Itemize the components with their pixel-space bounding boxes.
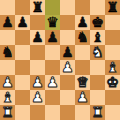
square-g2[interactable] (90, 90, 105, 105)
square-f1[interactable] (75, 105, 90, 120)
square-d4[interactable] (45, 60, 60, 75)
piece-white-knight[interactable]: ♞ (91, 45, 104, 60)
square-c2[interactable]: ♟ (30, 90, 45, 105)
square-d1[interactable] (45, 105, 60, 120)
piece-white-bishop[interactable]: ♝ (1, 90, 14, 105)
square-b2[interactable] (15, 90, 30, 105)
piece-white-king[interactable]: ♚ (106, 75, 119, 90)
piece-black-bishop[interactable]: ♝ (91, 30, 104, 45)
piece-black-pawn[interactable]: ♟ (76, 15, 89, 30)
square-c1[interactable] (30, 105, 45, 120)
piece-white-pawn[interactable]: ♟ (1, 75, 14, 90)
square-g4[interactable] (90, 60, 105, 75)
square-b8[interactable] (15, 0, 30, 15)
square-f5[interactable] (75, 45, 90, 60)
piece-black-pawn[interactable]: ♟ (46, 30, 59, 45)
square-g1[interactable]: ♜ (90, 105, 105, 120)
square-b5[interactable] (15, 45, 30, 60)
piece-white-queen[interactable]: ♛ (76, 75, 89, 90)
square-e1[interactable] (60, 105, 75, 120)
square-f2[interactable]: ♟ (75, 90, 90, 105)
square-a4[interactable] (0, 60, 15, 75)
square-b6[interactable] (15, 30, 30, 45)
square-h4[interactable]: ♝ (105, 60, 120, 75)
square-f3[interactable]: ♛ (75, 75, 90, 90)
square-a7[interactable]: ♟ (0, 15, 15, 30)
square-d5[interactable] (45, 45, 60, 60)
square-c7[interactable] (30, 15, 45, 30)
piece-white-bishop[interactable]: ♝ (106, 60, 119, 75)
square-h5[interactable] (105, 45, 120, 60)
piece-black-king[interactable]: ♚ (91, 15, 104, 30)
square-e2[interactable] (60, 90, 75, 105)
piece-black-pawn[interactable]: ♟ (31, 30, 44, 45)
square-g8[interactable] (90, 0, 105, 15)
square-f4[interactable] (75, 60, 90, 75)
square-e5[interactable]: ♟ (60, 45, 75, 60)
piece-white-pawn[interactable]: ♟ (46, 75, 59, 90)
square-h1[interactable] (105, 105, 120, 120)
square-f6[interactable]: ♞ (75, 30, 90, 45)
square-e6[interactable] (60, 30, 75, 45)
piece-white-pawn[interactable]: ♟ (76, 90, 89, 105)
square-a6[interactable] (0, 30, 15, 45)
square-h2[interactable] (105, 90, 120, 105)
square-c8[interactable]: ♜ (30, 0, 45, 15)
square-e4[interactable]: ♟ (60, 60, 75, 75)
square-d2[interactable] (45, 90, 60, 105)
piece-white-pawn[interactable]: ♟ (31, 90, 44, 105)
piece-black-pawn[interactable]: ♟ (1, 15, 14, 30)
piece-white-rook[interactable]: ♜ (1, 105, 14, 120)
square-g3[interactable] (90, 75, 105, 90)
square-d6[interactable]: ♟ (45, 30, 60, 45)
piece-black-pawn[interactable]: ♟ (61, 45, 74, 60)
chess-board: ♜♜♟♟♛♟♚♟♟♞♝♞♟♞♟♝♟♟♟♛♚♝♟♟♜♜ (0, 0, 120, 120)
square-e8[interactable] (60, 0, 75, 15)
square-g5[interactable]: ♞ (90, 45, 105, 60)
square-d3[interactable]: ♟ (45, 75, 60, 90)
square-c6[interactable]: ♟ (30, 30, 45, 45)
piece-white-pawn[interactable]: ♟ (61, 60, 74, 75)
square-g7[interactable]: ♚ (90, 15, 105, 30)
square-h8[interactable]: ♜ (105, 0, 120, 15)
square-f7[interactable]: ♟ (75, 15, 90, 30)
square-b4[interactable] (15, 60, 30, 75)
square-b7[interactable]: ♟ (15, 15, 30, 30)
piece-black-knight[interactable]: ♞ (76, 30, 89, 45)
square-g6[interactable]: ♝ (90, 30, 105, 45)
square-d8[interactable] (45, 0, 60, 15)
square-h6[interactable] (105, 30, 120, 45)
square-e7[interactable] (60, 15, 75, 30)
piece-black-rook[interactable]: ♜ (31, 0, 44, 15)
square-d7[interactable]: ♛ (45, 15, 60, 30)
square-f8[interactable] (75, 0, 90, 15)
square-a8[interactable] (0, 0, 15, 15)
square-b1[interactable] (15, 105, 30, 120)
piece-black-knight[interactable]: ♞ (1, 45, 14, 60)
square-h3[interactable]: ♚ (105, 75, 120, 90)
square-c3[interactable]: ♟ (30, 75, 45, 90)
square-a5[interactable]: ♞ (0, 45, 15, 60)
square-b3[interactable] (15, 75, 30, 90)
piece-black-queen[interactable]: ♛ (46, 15, 59, 30)
square-e3[interactable] (60, 75, 75, 90)
piece-black-pawn[interactable]: ♟ (16, 15, 29, 30)
square-h7[interactable] (105, 15, 120, 30)
square-c5[interactable] (30, 45, 45, 60)
square-c4[interactable] (30, 60, 45, 75)
piece-white-rook[interactable]: ♜ (91, 105, 104, 120)
piece-white-pawn[interactable]: ♟ (31, 75, 44, 90)
square-a3[interactable]: ♟ (0, 75, 15, 90)
square-a2[interactable]: ♝ (0, 90, 15, 105)
piece-black-rook[interactable]: ♜ (106, 0, 119, 15)
square-a1[interactable]: ♜ (0, 105, 15, 120)
